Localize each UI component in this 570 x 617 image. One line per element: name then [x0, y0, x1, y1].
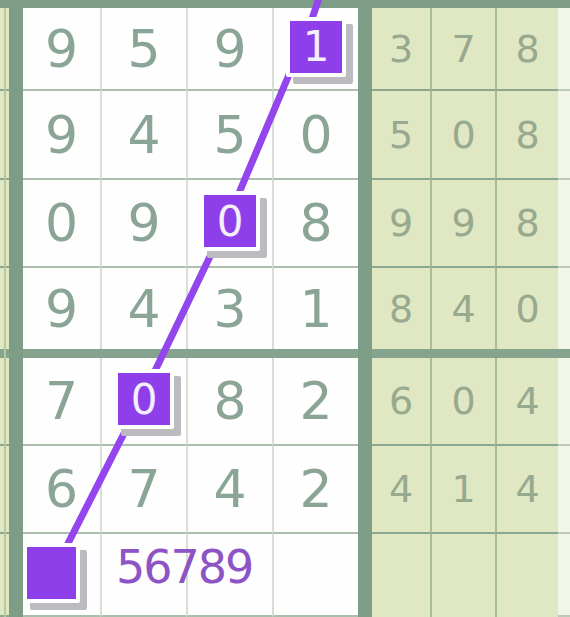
white-grid: 9 5 9 1 9 4 5 0 0 9 0 8 9 4 3 1 7 0 8 2 …	[23, 8, 358, 617]
sequence-text: 56789	[116, 540, 252, 594]
gcell-r3c3[interactable]: 8	[495, 180, 558, 268]
sliver-cell	[558, 358, 570, 446]
top-frame-bar	[0, 0, 570, 8]
gcell-r4c1[interactable]: 8	[372, 268, 430, 349]
gcell-r5c1[interactable]: 6	[372, 358, 430, 446]
cell-r1c4[interactable]: 1	[272, 8, 358, 91]
gcell-r2c1[interactable]: 5	[372, 91, 430, 180]
gcell-r2c3[interactable]: 8	[495, 91, 558, 180]
green-grid: 3 7 8 5 0 8 9 9 8 8 4 0 6 0 4 4 1 4	[372, 8, 558, 617]
cell-r3c3[interactable]: 0	[186, 180, 272, 268]
cell-r7c1[interactable]	[23, 534, 100, 617]
cell-r3c4[interactable]: 8	[272, 180, 358, 268]
middle-frame-bar	[358, 0, 372, 617]
gcell-r1c1[interactable]: 3	[372, 8, 430, 91]
puzzle-board: 9 5 9 1 9 4 5 0 0 9 0 8 9 4 3 1 7 0 8 2 …	[0, 0, 570, 617]
sliver-cell	[558, 8, 570, 91]
section-divider	[558, 349, 570, 358]
cell-r5c1[interactable]: 7	[23, 358, 100, 446]
gcell-r3c1[interactable]: 9	[372, 180, 430, 268]
cell-r4c2[interactable]: 4	[100, 268, 186, 349]
cell-r6c2[interactable]: 7	[100, 446, 186, 534]
cell-r2c4[interactable]: 0	[272, 91, 358, 180]
sliver-cell	[558, 268, 570, 349]
gcell-r6c2[interactable]: 1	[430, 446, 495, 534]
cell-r5c3[interactable]: 8	[186, 358, 272, 446]
cell-r1c2[interactable]: 5	[100, 8, 186, 91]
gcell-r7c3[interactable]	[495, 534, 558, 617]
cell-r6c3[interactable]: 4	[186, 446, 272, 534]
highlight-square-r7c1[interactable]	[23, 543, 80, 603]
cell-r3c1[interactable]: 0	[23, 180, 100, 268]
gcell-r5c3[interactable]: 4	[495, 358, 558, 446]
gcell-r6c1[interactable]: 4	[372, 446, 430, 534]
gcell-r1c2[interactable]: 7	[430, 8, 495, 91]
gcell-r4c2[interactable]: 4	[430, 268, 495, 349]
left-frame-bar	[9, 0, 23, 617]
cell-r4c4[interactable]: 1	[272, 268, 358, 349]
cell-r4c3[interactable]: 3	[186, 268, 272, 349]
cell-r5c2[interactable]: 0	[100, 358, 186, 446]
cell-r6c1[interactable]: 6	[23, 446, 100, 534]
sliver-cell	[558, 91, 570, 180]
highlight-square-r3c3[interactable]: 0	[200, 191, 260, 251]
cell-r5c4[interactable]: 2	[272, 358, 358, 446]
gcell-r1c3[interactable]: 8	[495, 8, 558, 91]
cell-r1c3[interactable]: 9	[186, 8, 272, 91]
cell-r3c2[interactable]: 9	[100, 180, 186, 268]
gcell-r7c1[interactable]	[372, 534, 430, 617]
gcell-r6c3[interactable]: 4	[495, 446, 558, 534]
cell-r2c1[interactable]: 9	[23, 91, 100, 180]
gcell-r4c3[interactable]: 0	[495, 268, 558, 349]
cell-r6c4[interactable]: 2	[272, 446, 358, 534]
highlight-square-r5c2[interactable]: 0	[114, 369, 174, 429]
gcell-r7c2[interactable]	[430, 534, 495, 617]
gcell-r2c2[interactable]: 0	[430, 91, 495, 180]
gcell-r3c2[interactable]: 9	[430, 180, 495, 268]
gcell-r5c2[interactable]: 0	[430, 358, 495, 446]
cell-r1c1[interactable]: 9	[23, 8, 100, 91]
sliver-cell	[558, 180, 570, 268]
sliver-cell	[558, 446, 570, 534]
section-divider	[23, 349, 358, 358]
section-divider	[372, 349, 558, 358]
highlight-square-r1c4[interactable]: 1	[286, 17, 346, 77]
right-sliver	[558, 8, 570, 617]
cell-r4c1[interactable]: 9	[23, 268, 100, 349]
cell-r2c2[interactable]: 4	[100, 91, 186, 180]
cell-r2c3[interactable]: 5	[186, 91, 272, 180]
sliver-cell	[558, 534, 570, 617]
cell-r7c4[interactable]	[272, 534, 358, 617]
left-strip-border	[4, 0, 6, 617]
